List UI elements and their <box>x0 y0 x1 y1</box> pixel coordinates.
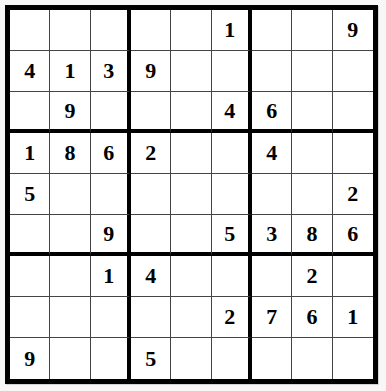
cell-r3c8[interactable] <box>292 92 332 133</box>
cell-r4c2[interactable]: 8 <box>50 133 90 174</box>
cell-r6c5[interactable] <box>171 215 211 256</box>
cell-r5c9[interactable]: 2 <box>333 174 373 215</box>
cell-r4c7[interactable]: 4 <box>252 133 292 174</box>
cell-r6c8[interactable]: 8 <box>292 215 332 256</box>
cell-r5c6[interactable] <box>212 174 252 215</box>
cell-r5c4[interactable] <box>131 174 171 215</box>
cell-r7c9[interactable] <box>333 256 373 297</box>
cell-r3c5[interactable] <box>171 92 211 133</box>
cell-r4c1[interactable]: 1 <box>10 133 50 174</box>
cell-r1c8[interactable] <box>292 10 332 51</box>
cell-r2c3[interactable]: 3 <box>91 51 131 92</box>
cell-r8c4[interactable] <box>131 297 171 338</box>
cell-r7c6[interactable] <box>212 256 252 297</box>
cell-r2c5[interactable] <box>171 51 211 92</box>
cell-r5c2[interactable] <box>50 174 90 215</box>
cell-r3c2[interactable]: 9 <box>50 92 90 133</box>
sudoku-board: 194139946186245295386142276195 <box>5 5 378 384</box>
cell-r8c3[interactable] <box>91 297 131 338</box>
cell-r9c4[interactable]: 5 <box>131 338 171 379</box>
cell-r7c4[interactable]: 4 <box>131 256 171 297</box>
cell-r4c9[interactable] <box>333 133 373 174</box>
cell-r9c6[interactable] <box>212 338 252 379</box>
cell-r3c9[interactable] <box>333 92 373 133</box>
cell-r2c8[interactable] <box>292 51 332 92</box>
cell-r9c8[interactable] <box>292 338 332 379</box>
cell-r9c5[interactable] <box>171 338 211 379</box>
cell-r8c8[interactable]: 6 <box>292 297 332 338</box>
cell-r4c3[interactable]: 6 <box>91 133 131 174</box>
cell-r5c7[interactable] <box>252 174 292 215</box>
cell-r1c9[interactable]: 9 <box>333 10 373 51</box>
cell-r1c3[interactable] <box>91 10 131 51</box>
cell-r2c4[interactable]: 9 <box>131 51 171 92</box>
cell-r6c1[interactable] <box>10 215 50 256</box>
cell-r6c7[interactable]: 3 <box>252 215 292 256</box>
cell-r1c6[interactable]: 1 <box>212 10 252 51</box>
cell-r5c3[interactable] <box>91 174 131 215</box>
cell-r1c2[interactable] <box>50 10 90 51</box>
cell-r8c2[interactable] <box>50 297 90 338</box>
cell-r9c7[interactable] <box>252 338 292 379</box>
cell-r2c1[interactable]: 4 <box>10 51 50 92</box>
cell-r8c5[interactable] <box>171 297 211 338</box>
cell-r6c2[interactable] <box>50 215 90 256</box>
cell-r5c8[interactable] <box>292 174 332 215</box>
cell-r2c6[interactable] <box>212 51 252 92</box>
cell-r1c1[interactable] <box>10 10 50 51</box>
cell-r7c1[interactable] <box>10 256 50 297</box>
cell-r7c5[interactable] <box>171 256 211 297</box>
cell-r6c6[interactable]: 5 <box>212 215 252 256</box>
cell-r3c1[interactable] <box>10 92 50 133</box>
cell-r6c3[interactable]: 9 <box>91 215 131 256</box>
cell-r3c7[interactable]: 6 <box>252 92 292 133</box>
cell-r7c8[interactable]: 2 <box>292 256 332 297</box>
cell-r2c2[interactable]: 1 <box>50 51 90 92</box>
cell-r8c9[interactable]: 1 <box>333 297 373 338</box>
cell-r6c9[interactable]: 6 <box>333 215 373 256</box>
cell-r9c1[interactable]: 9 <box>10 338 50 379</box>
cell-r7c3[interactable]: 1 <box>91 256 131 297</box>
cell-r4c6[interactable] <box>212 133 252 174</box>
cell-r1c7[interactable] <box>252 10 292 51</box>
cell-r1c5[interactable] <box>171 10 211 51</box>
cell-r4c8[interactable] <box>292 133 332 174</box>
cell-r8c6[interactable]: 2 <box>212 297 252 338</box>
cell-r4c4[interactable]: 2 <box>131 133 171 174</box>
cell-r9c3[interactable] <box>91 338 131 379</box>
cell-r5c5[interactable] <box>171 174 211 215</box>
cell-r9c9[interactable] <box>333 338 373 379</box>
cell-r8c7[interactable]: 7 <box>252 297 292 338</box>
cell-r9c2[interactable] <box>50 338 90 379</box>
cell-r2c7[interactable] <box>252 51 292 92</box>
cell-r1c4[interactable] <box>131 10 171 51</box>
cell-r3c6[interactable]: 4 <box>212 92 252 133</box>
cell-r3c4[interactable] <box>131 92 171 133</box>
cell-r3c3[interactable] <box>91 92 131 133</box>
cell-r7c2[interactable] <box>50 256 90 297</box>
cell-r5c1[interactable]: 5 <box>10 174 50 215</box>
cell-r4c5[interactable] <box>171 133 211 174</box>
cell-r8c1[interactable] <box>10 297 50 338</box>
cell-r2c9[interactable] <box>333 51 373 92</box>
cell-r6c4[interactable] <box>131 215 171 256</box>
cell-r7c7[interactable] <box>252 256 292 297</box>
